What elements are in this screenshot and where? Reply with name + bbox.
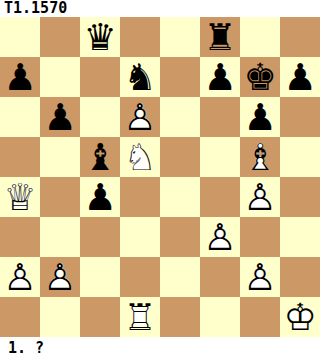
piece-white-pawn-fill: ♟ [40,257,80,297]
square-g8[interactable] [240,17,280,57]
square-a4[interactable]: ♛♕ [0,177,40,217]
square-f4[interactable] [200,177,240,217]
piece-black-pawn: ♟ [0,57,40,97]
square-d5[interactable]: ♞♘ [120,137,160,177]
square-g7[interactable]: ♚ [240,57,280,97]
square-h4[interactable] [280,177,320,217]
square-d1[interactable]: ♜♖ [120,297,160,337]
square-c1[interactable] [80,297,120,337]
square-g1[interactable] [240,297,280,337]
piece-white-pawn: ♙ [120,97,160,137]
square-a1[interactable] [0,297,40,337]
square-f2[interactable] [200,257,240,297]
piece-black-bishop: ♝ [80,137,120,177]
square-e8[interactable] [160,17,200,57]
square-g6[interactable]: ♟ [240,97,280,137]
piece-white-rook: ♖ [120,297,160,337]
square-b6[interactable]: ♟ [40,97,80,137]
square-h6[interactable] [280,97,320,137]
piece-white-pawn: ♙ [240,177,280,217]
piece-white-queen-fill: ♛ [0,177,40,217]
square-a6[interactable] [0,97,40,137]
piece-white-bishop: ♗ [240,137,280,177]
square-a5[interactable] [0,137,40,177]
piece-white-pawn: ♙ [200,217,240,257]
square-d6[interactable]: ♟♙ [120,97,160,137]
square-a7[interactable]: ♟ [0,57,40,97]
piece-white-pawn-fill: ♟ [0,257,40,297]
square-f7[interactable]: ♟ [200,57,240,97]
square-c3[interactable] [80,217,120,257]
square-f1[interactable] [200,297,240,337]
move-prompt: 1. ? [8,337,44,360]
square-a2[interactable]: ♟♙ [0,257,40,297]
square-g5[interactable]: ♝♗ [240,137,280,177]
square-h1[interactable]: ♚♔ [280,297,320,337]
piece-white-bishop-fill: ♝ [240,137,280,177]
square-b8[interactable] [40,17,80,57]
square-h3[interactable] [280,217,320,257]
piece-white-king: ♔ [280,297,320,337]
square-b4[interactable] [40,177,80,217]
square-e3[interactable] [160,217,200,257]
piece-white-pawn: ♙ [0,257,40,297]
square-e6[interactable] [160,97,200,137]
piece-white-king-fill: ♚ [280,297,320,337]
square-f5[interactable] [200,137,240,177]
piece-black-queen: ♛ [80,17,120,57]
status-bar: 1. ? [0,337,320,360]
square-d7[interactable]: ♞ [120,57,160,97]
square-b1[interactable] [40,297,80,337]
piece-white-pawn-fill: ♟ [240,177,280,217]
square-g3[interactable] [240,217,280,257]
square-g4[interactable]: ♟♙ [240,177,280,217]
square-e1[interactable] [160,297,200,337]
piece-black-pawn: ♟ [40,97,80,137]
square-a3[interactable] [0,217,40,257]
piece-white-pawn: ♙ [40,257,80,297]
square-f3[interactable]: ♟♙ [200,217,240,257]
square-d3[interactable] [120,217,160,257]
piece-white-pawn-fill: ♟ [120,97,160,137]
piece-white-pawn: ♙ [240,257,280,297]
square-c2[interactable] [80,257,120,297]
square-e5[interactable] [160,137,200,177]
square-d8[interactable] [120,17,160,57]
square-c5[interactable]: ♝ [80,137,120,177]
square-h8[interactable] [280,17,320,57]
square-d2[interactable] [120,257,160,297]
title-bar: T1.1570 [0,0,320,17]
square-f8[interactable]: ♜ [200,17,240,57]
piece-black-pawn: ♟ [280,57,320,97]
square-c6[interactable] [80,97,120,137]
square-b2[interactable]: ♟♙ [40,257,80,297]
piece-black-pawn: ♟ [200,57,240,97]
piece-black-pawn: ♟ [240,97,280,137]
piece-black-rook: ♜ [200,17,240,57]
square-a8[interactable] [0,17,40,57]
piece-black-king: ♚ [240,57,280,97]
square-f6[interactable] [200,97,240,137]
piece-black-knight: ♞ [120,57,160,97]
piece-black-pawn: ♟ [80,177,120,217]
square-b7[interactable] [40,57,80,97]
square-c4[interactable]: ♟ [80,177,120,217]
square-b5[interactable] [40,137,80,177]
chess-board: ♛♜♟♞♟♚♟♟♟♙♟♝♞♘♝♗♛♕♟♟♙♟♙♟♙♟♙♟♙♜♖♚♔ [0,17,320,337]
square-h7[interactable]: ♟ [280,57,320,97]
square-b3[interactable] [40,217,80,257]
square-e4[interactable] [160,177,200,217]
square-e7[interactable] [160,57,200,97]
square-c8[interactable]: ♛ [80,17,120,57]
puzzle-id: T1.1570 [4,0,67,17]
piece-white-knight: ♘ [120,137,160,177]
square-h2[interactable] [280,257,320,297]
square-c7[interactable] [80,57,120,97]
piece-white-rook-fill: ♜ [120,297,160,337]
piece-white-pawn-fill: ♟ [240,257,280,297]
piece-white-knight-fill: ♞ [120,137,160,177]
square-e2[interactable] [160,257,200,297]
square-h5[interactable] [280,137,320,177]
piece-white-queen: ♕ [0,177,40,217]
square-d4[interactable] [120,177,160,217]
square-g2[interactable]: ♟♙ [240,257,280,297]
piece-white-pawn-fill: ♟ [200,217,240,257]
